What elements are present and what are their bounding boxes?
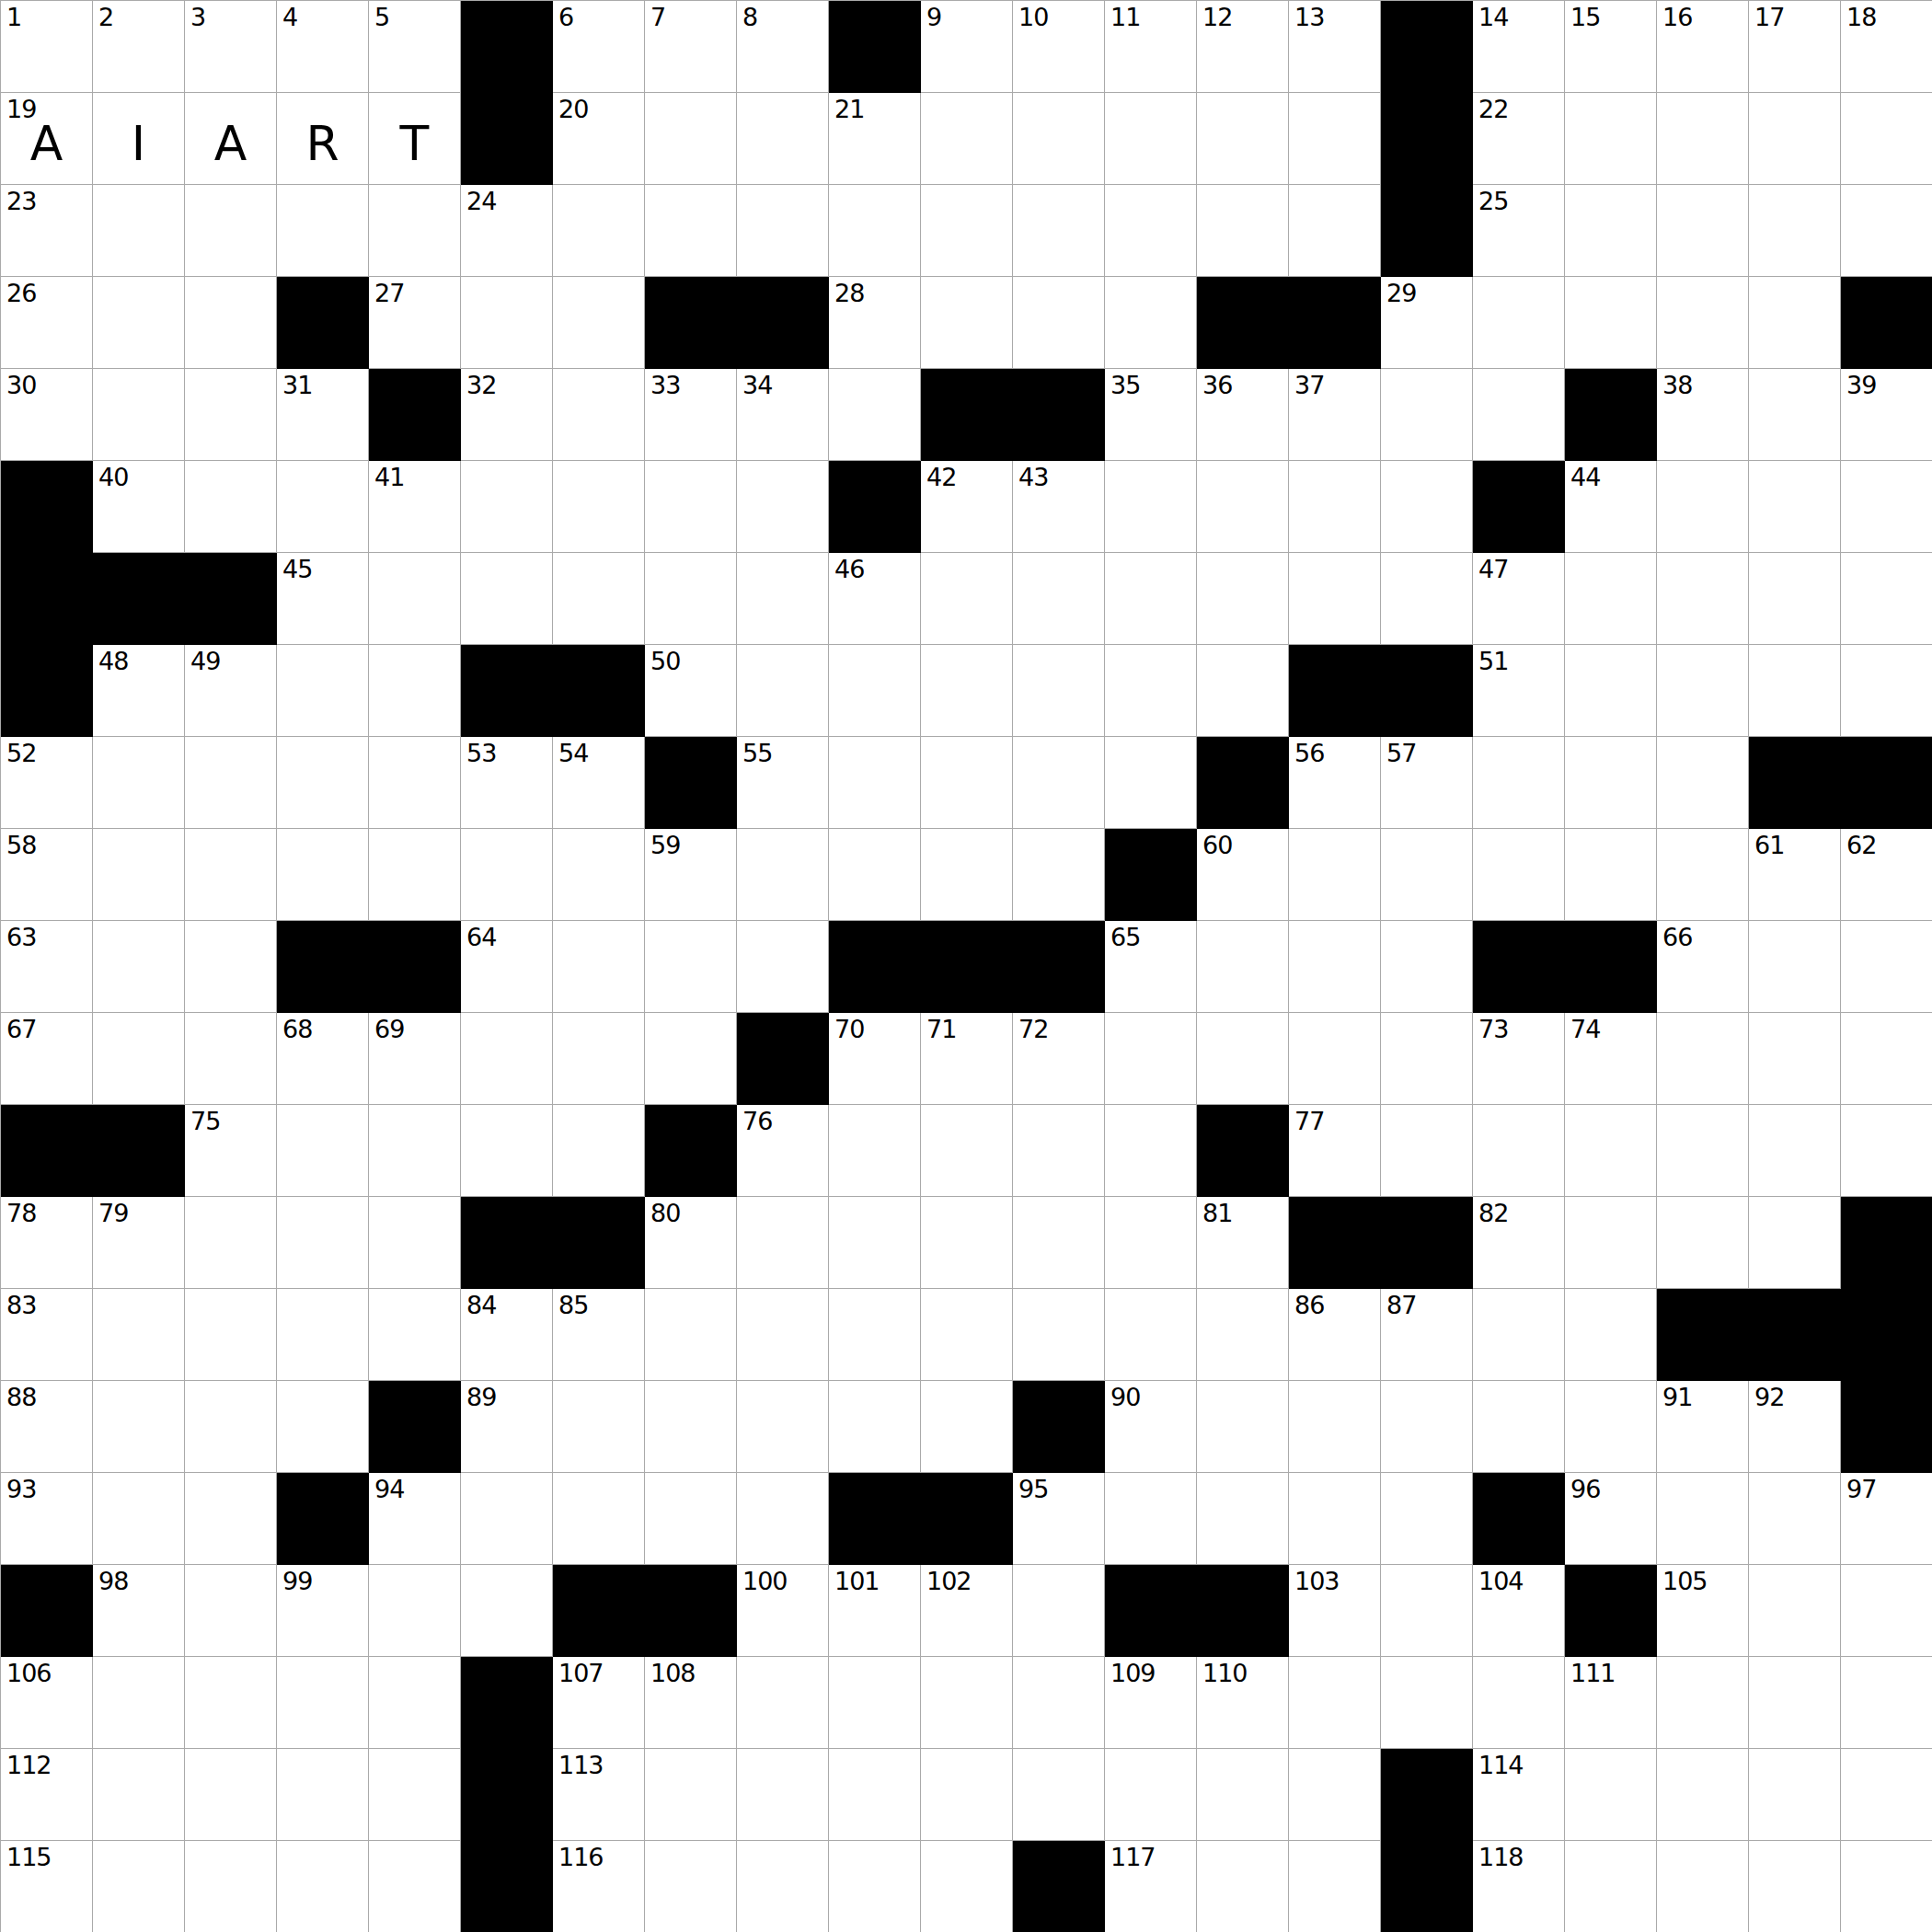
white-cell-r6c8[interactable] [645, 461, 737, 553]
white-cell-r15c5[interactable] [369, 1289, 461, 1381]
white-cell-r4c18[interactable] [1565, 277, 1657, 369]
white-cell-r17c16[interactable] [1381, 1473, 1473, 1565]
white-cell-r18c16[interactable] [1381, 1565, 1473, 1657]
white-cell-r8c21[interactable] [1841, 645, 1932, 737]
white-cell-r14c13[interactable] [1105, 1197, 1197, 1289]
white-cell-r10c5[interactable] [369, 829, 461, 921]
white-cell-r16c1[interactable]: 88 [1, 1381, 93, 1473]
white-cell-r1c18[interactable]: 15 [1565, 1, 1657, 93]
white-cell-r19c3[interactable] [185, 1657, 277, 1749]
white-cell-r9c17[interactable] [1473, 737, 1565, 829]
white-cell-r7c21[interactable] [1841, 553, 1932, 645]
white-cell-r12c1[interactable]: 67 [1, 1013, 93, 1105]
white-cell-r18c17[interactable]: 104 [1473, 1565, 1565, 1657]
white-cell-r19c19[interactable] [1657, 1657, 1749, 1749]
white-cell-r8c8[interactable]: 50 [645, 645, 737, 737]
white-cell-r11c3[interactable] [185, 921, 277, 1013]
white-cell-r16c7[interactable] [553, 1381, 645, 1473]
white-cell-r7c5[interactable] [369, 553, 461, 645]
white-cell-r15c3[interactable] [185, 1289, 277, 1381]
white-cell-r7c4[interactable]: 45 [277, 553, 369, 645]
white-cell-r19c4[interactable] [277, 1657, 369, 1749]
white-cell-r20c15[interactable] [1289, 1749, 1381, 1841]
white-cell-r11c7[interactable] [553, 921, 645, 1013]
white-cell-r20c19[interactable] [1657, 1749, 1749, 1841]
white-cell-r21c5[interactable] [369, 1841, 461, 1932]
white-cell-r11c13[interactable]: 65 [1105, 921, 1197, 1013]
white-cell-r12c7[interactable] [553, 1013, 645, 1105]
white-cell-r8c19[interactable] [1657, 645, 1749, 737]
white-cell-r4c16[interactable]: 29 [1381, 277, 1473, 369]
white-cell-r14c17[interactable]: 82 [1473, 1197, 1565, 1289]
white-cell-r19c11[interactable] [921, 1657, 1013, 1749]
white-cell-r7c13[interactable] [1105, 553, 1197, 645]
white-cell-r20c5[interactable] [369, 1749, 461, 1841]
white-cell-r13c19[interactable] [1657, 1105, 1749, 1197]
white-cell-r2c4[interactable]: R [277, 93, 369, 185]
white-cell-r19c9[interactable] [737, 1657, 829, 1749]
white-cell-r2c2[interactable]: I [93, 93, 185, 185]
white-cell-r12c11[interactable]: 71 [921, 1013, 1013, 1105]
white-cell-r4c5[interactable]: 27 [369, 277, 461, 369]
white-cell-r3c9[interactable] [737, 185, 829, 277]
white-cell-r17c13[interactable] [1105, 1473, 1197, 1565]
white-cell-r18c21[interactable] [1841, 1565, 1932, 1657]
white-cell-r17c12[interactable]: 95 [1013, 1473, 1105, 1565]
white-cell-r13c5[interactable] [369, 1105, 461, 1197]
white-cell-r11c21[interactable] [1841, 921, 1932, 1013]
white-cell-r3c2[interactable] [93, 185, 185, 277]
white-cell-r7c15[interactable] [1289, 553, 1381, 645]
white-cell-r19c1[interactable]: 106 [1, 1657, 93, 1749]
white-cell-r5c15[interactable]: 37 [1289, 369, 1381, 461]
white-cell-r6c6[interactable] [461, 461, 553, 553]
white-cell-r20c11[interactable] [921, 1749, 1013, 1841]
white-cell-r17c21[interactable]: 97 [1841, 1473, 1932, 1565]
white-cell-r18c11[interactable]: 102 [921, 1565, 1013, 1657]
white-cell-r16c6[interactable]: 89 [461, 1381, 553, 1473]
white-cell-r12c14[interactable] [1197, 1013, 1289, 1105]
white-cell-r9c15[interactable]: 56 [1289, 737, 1381, 829]
white-cell-r18c5[interactable] [369, 1565, 461, 1657]
white-cell-r16c10[interactable] [829, 1381, 921, 1473]
white-cell-r21c9[interactable] [737, 1841, 829, 1932]
white-cell-r6c14[interactable] [1197, 461, 1289, 553]
white-cell-r19c20[interactable] [1749, 1657, 1841, 1749]
white-cell-r17c14[interactable] [1197, 1473, 1289, 1565]
white-cell-r3c18[interactable] [1565, 185, 1657, 277]
white-cell-r13c13[interactable] [1105, 1105, 1197, 1197]
white-cell-r3c17[interactable]: 25 [1473, 185, 1565, 277]
white-cell-r14c3[interactable] [185, 1197, 277, 1289]
white-cell-r8c11[interactable] [921, 645, 1013, 737]
white-cell-r9c11[interactable] [921, 737, 1013, 829]
white-cell-r5c8[interactable]: 33 [645, 369, 737, 461]
white-cell-r10c14[interactable]: 60 [1197, 829, 1289, 921]
white-cell-r13c12[interactable] [1013, 1105, 1105, 1197]
white-cell-r21c17[interactable]: 118 [1473, 1841, 1565, 1932]
white-cell-r10c18[interactable] [1565, 829, 1657, 921]
white-cell-r3c19[interactable] [1657, 185, 1749, 277]
white-cell-r2c13[interactable] [1105, 93, 1197, 185]
white-cell-r1c20[interactable]: 17 [1749, 1, 1841, 93]
white-cell-r20c1[interactable]: 112 [1, 1749, 93, 1841]
white-cell-r21c21[interactable] [1841, 1841, 1932, 1932]
white-cell-r1c12[interactable]: 10 [1013, 1, 1105, 93]
white-cell-r21c15[interactable] [1289, 1841, 1381, 1932]
white-cell-r17c20[interactable] [1749, 1473, 1841, 1565]
white-cell-r2c18[interactable] [1565, 93, 1657, 185]
white-cell-r3c11[interactable] [921, 185, 1013, 277]
white-cell-r3c5[interactable] [369, 185, 461, 277]
white-cell-r2c19[interactable] [1657, 93, 1749, 185]
white-cell-r4c17[interactable] [1473, 277, 1565, 369]
white-cell-r21c14[interactable] [1197, 1841, 1289, 1932]
white-cell-r8c3[interactable]: 49 [185, 645, 277, 737]
white-cell-r7c7[interactable] [553, 553, 645, 645]
white-cell-r19c10[interactable] [829, 1657, 921, 1749]
white-cell-r7c20[interactable] [1749, 553, 1841, 645]
white-cell-r4c6[interactable] [461, 277, 553, 369]
white-cell-r11c9[interactable] [737, 921, 829, 1013]
white-cell-r7c8[interactable] [645, 553, 737, 645]
white-cell-r4c10[interactable]: 28 [829, 277, 921, 369]
white-cell-r6c19[interactable] [1657, 461, 1749, 553]
white-cell-r16c17[interactable] [1473, 1381, 1565, 1473]
white-cell-r1c21[interactable]: 18 [1841, 1, 1932, 93]
white-cell-r3c7[interactable] [553, 185, 645, 277]
white-cell-r15c16[interactable]: 87 [1381, 1289, 1473, 1381]
white-cell-r6c4[interactable] [277, 461, 369, 553]
white-cell-r7c9[interactable] [737, 553, 829, 645]
white-cell-r19c14[interactable]: 110 [1197, 1657, 1289, 1749]
white-cell-r3c3[interactable] [185, 185, 277, 277]
white-cell-r19c21[interactable] [1841, 1657, 1932, 1749]
white-cell-r7c17[interactable]: 47 [1473, 553, 1565, 645]
white-cell-r5c9[interactable]: 34 [737, 369, 829, 461]
white-cell-r3c13[interactable] [1105, 185, 1197, 277]
white-cell-r5c21[interactable]: 39 [1841, 369, 1932, 461]
white-cell-r19c5[interactable] [369, 1657, 461, 1749]
white-cell-r7c19[interactable] [1657, 553, 1749, 645]
white-cell-r2c12[interactable] [1013, 93, 1105, 185]
white-cell-r9c3[interactable] [185, 737, 277, 829]
white-cell-r15c10[interactable] [829, 1289, 921, 1381]
white-cell-r15c18[interactable] [1565, 1289, 1657, 1381]
white-cell-r16c13[interactable]: 90 [1105, 1381, 1197, 1473]
white-cell-r8c17[interactable]: 51 [1473, 645, 1565, 737]
white-cell-r5c17[interactable] [1473, 369, 1565, 461]
white-cell-r10c17[interactable] [1473, 829, 1565, 921]
white-cell-r17c9[interactable] [737, 1473, 829, 1565]
white-cell-r13c3[interactable]: 75 [185, 1105, 277, 1197]
white-cell-r2c3[interactable]: A [185, 93, 277, 185]
white-cell-r1c11[interactable]: 9 [921, 1, 1013, 93]
white-cell-r18c15[interactable]: 103 [1289, 1565, 1381, 1657]
white-cell-r21c4[interactable] [277, 1841, 369, 1932]
white-cell-r6c15[interactable] [1289, 461, 1381, 553]
white-cell-r11c16[interactable] [1381, 921, 1473, 1013]
white-cell-r15c9[interactable] [737, 1289, 829, 1381]
white-cell-r19c8[interactable]: 108 [645, 1657, 737, 1749]
white-cell-r17c7[interactable] [553, 1473, 645, 1565]
white-cell-r20c21[interactable] [1841, 1749, 1932, 1841]
white-cell-r18c9[interactable]: 100 [737, 1565, 829, 1657]
white-cell-r15c2[interactable] [93, 1289, 185, 1381]
white-cell-r20c9[interactable] [737, 1749, 829, 1841]
white-cell-r4c13[interactable] [1105, 277, 1197, 369]
white-cell-r3c1[interactable]: 23 [1, 185, 93, 277]
white-cell-r3c20[interactable] [1749, 185, 1841, 277]
white-cell-r20c8[interactable] [645, 1749, 737, 1841]
white-cell-r20c18[interactable] [1565, 1749, 1657, 1841]
white-cell-r6c18[interactable]: 44 [1565, 461, 1657, 553]
white-cell-r16c19[interactable]: 91 [1657, 1381, 1749, 1473]
white-cell-r15c14[interactable] [1197, 1289, 1289, 1381]
white-cell-r2c5[interactable]: T [369, 93, 461, 185]
white-cell-r4c1[interactable]: 26 [1, 277, 93, 369]
white-cell-r18c10[interactable]: 101 [829, 1565, 921, 1657]
white-cell-r14c18[interactable] [1565, 1197, 1657, 1289]
white-cell-r21c13[interactable]: 117 [1105, 1841, 1197, 1932]
white-cell-r20c3[interactable] [185, 1749, 277, 1841]
white-cell-r6c2[interactable]: 40 [93, 461, 185, 553]
white-cell-r13c7[interactable] [553, 1105, 645, 1197]
white-cell-r13c20[interactable] [1749, 1105, 1841, 1197]
white-cell-r12c10[interactable]: 70 [829, 1013, 921, 1105]
white-cell-r1c3[interactable]: 3 [185, 1, 277, 93]
white-cell-r9c6[interactable]: 53 [461, 737, 553, 829]
white-cell-r13c6[interactable] [461, 1105, 553, 1197]
white-cell-r5c10[interactable] [829, 369, 921, 461]
white-cell-r5c20[interactable] [1749, 369, 1841, 461]
white-cell-r6c11[interactable]: 42 [921, 461, 1013, 553]
white-cell-r8c20[interactable] [1749, 645, 1841, 737]
white-cell-r19c12[interactable] [1013, 1657, 1105, 1749]
white-cell-r21c7[interactable]: 116 [553, 1841, 645, 1932]
white-cell-r8c13[interactable] [1105, 645, 1197, 737]
white-cell-r13c18[interactable] [1565, 1105, 1657, 1197]
white-cell-r18c20[interactable] [1749, 1565, 1841, 1657]
white-cell-r1c13[interactable]: 11 [1105, 1, 1197, 93]
white-cell-r12c17[interactable]: 73 [1473, 1013, 1565, 1105]
white-cell-r16c11[interactable] [921, 1381, 1013, 1473]
white-cell-r1c14[interactable]: 12 [1197, 1, 1289, 93]
white-cell-r10c8[interactable]: 59 [645, 829, 737, 921]
white-cell-r3c6[interactable]: 24 [461, 185, 553, 277]
white-cell-r10c7[interactable] [553, 829, 645, 921]
white-cell-r1c5[interactable]: 5 [369, 1, 461, 93]
white-cell-r14c11[interactable] [921, 1197, 1013, 1289]
white-cell-r2c11[interactable] [921, 93, 1013, 185]
white-cell-r1c17[interactable]: 14 [1473, 1, 1565, 93]
white-cell-r7c16[interactable] [1381, 553, 1473, 645]
white-cell-r1c9[interactable]: 8 [737, 1, 829, 93]
white-cell-r6c3[interactable] [185, 461, 277, 553]
white-cell-r2c20[interactable] [1749, 93, 1841, 185]
white-cell-r13c9[interactable]: 76 [737, 1105, 829, 1197]
white-cell-r3c21[interactable] [1841, 185, 1932, 277]
white-cell-r5c1[interactable]: 30 [1, 369, 93, 461]
white-cell-r13c17[interactable] [1473, 1105, 1565, 1197]
white-cell-r12c18[interactable]: 74 [1565, 1013, 1657, 1105]
white-cell-r11c14[interactable] [1197, 921, 1289, 1013]
white-cell-r2c14[interactable] [1197, 93, 1289, 185]
white-cell-r14c12[interactable] [1013, 1197, 1105, 1289]
white-cell-r18c6[interactable] [461, 1565, 553, 1657]
white-cell-r10c11[interactable] [921, 829, 1013, 921]
white-cell-r13c4[interactable] [277, 1105, 369, 1197]
white-cell-r8c18[interactable] [1565, 645, 1657, 737]
white-cell-r19c16[interactable] [1381, 1657, 1473, 1749]
white-cell-r15c17[interactable] [1473, 1289, 1565, 1381]
white-cell-r14c2[interactable]: 79 [93, 1197, 185, 1289]
white-cell-r4c7[interactable] [553, 277, 645, 369]
white-cell-r9c16[interactable]: 57 [1381, 737, 1473, 829]
white-cell-r10c16[interactable] [1381, 829, 1473, 921]
white-cell-r10c21[interactable]: 62 [1841, 829, 1932, 921]
white-cell-r3c10[interactable] [829, 185, 921, 277]
white-cell-r12c4[interactable]: 68 [277, 1013, 369, 1105]
white-cell-r12c21[interactable] [1841, 1013, 1932, 1105]
white-cell-r6c9[interactable] [737, 461, 829, 553]
white-cell-r15c11[interactable] [921, 1289, 1013, 1381]
white-cell-r6c5[interactable]: 41 [369, 461, 461, 553]
white-cell-r10c15[interactable] [1289, 829, 1381, 921]
white-cell-r8c4[interactable] [277, 645, 369, 737]
white-cell-r9c2[interactable] [93, 737, 185, 829]
white-cell-r17c18[interactable]: 96 [1565, 1473, 1657, 1565]
white-cell-r18c12[interactable] [1013, 1565, 1105, 1657]
white-cell-r13c21[interactable] [1841, 1105, 1932, 1197]
white-cell-r5c2[interactable] [93, 369, 185, 461]
white-cell-r16c9[interactable] [737, 1381, 829, 1473]
white-cell-r10c6[interactable] [461, 829, 553, 921]
white-cell-r5c7[interactable] [553, 369, 645, 461]
white-cell-r4c2[interactable] [93, 277, 185, 369]
white-cell-r12c13[interactable] [1105, 1013, 1197, 1105]
white-cell-r18c2[interactable]: 98 [93, 1565, 185, 1657]
white-cell-r21c19[interactable] [1657, 1841, 1749, 1932]
white-cell-r21c20[interactable] [1749, 1841, 1841, 1932]
white-cell-r21c18[interactable] [1565, 1841, 1657, 1932]
white-cell-r13c15[interactable]: 77 [1289, 1105, 1381, 1197]
white-cell-r7c14[interactable] [1197, 553, 1289, 645]
white-cell-r7c12[interactable] [1013, 553, 1105, 645]
white-cell-r15c4[interactable] [277, 1289, 369, 1381]
white-cell-r2c21[interactable] [1841, 93, 1932, 185]
white-cell-r17c1[interactable]: 93 [1, 1473, 93, 1565]
white-cell-r7c18[interactable] [1565, 553, 1657, 645]
white-cell-r8c12[interactable] [1013, 645, 1105, 737]
white-cell-r9c7[interactable]: 54 [553, 737, 645, 829]
white-cell-r2c7[interactable]: 20 [553, 93, 645, 185]
white-cell-r10c2[interactable] [93, 829, 185, 921]
white-cell-r10c4[interactable] [277, 829, 369, 921]
white-cell-r3c12[interactable] [1013, 185, 1105, 277]
white-cell-r21c8[interactable] [645, 1841, 737, 1932]
white-cell-r9c19[interactable] [1657, 737, 1749, 829]
white-cell-r11c19[interactable]: 66 [1657, 921, 1749, 1013]
white-cell-r1c19[interactable]: 16 [1657, 1, 1749, 93]
white-cell-r2c8[interactable] [645, 93, 737, 185]
white-cell-r6c7[interactable] [553, 461, 645, 553]
white-cell-r12c5[interactable]: 69 [369, 1013, 461, 1105]
white-cell-r9c18[interactable] [1565, 737, 1657, 829]
white-cell-r20c17[interactable]: 114 [1473, 1749, 1565, 1841]
white-cell-r5c19[interactable]: 38 [1657, 369, 1749, 461]
white-cell-r16c3[interactable] [185, 1381, 277, 1473]
white-cell-r8c14[interactable] [1197, 645, 1289, 737]
white-cell-r18c3[interactable] [185, 1565, 277, 1657]
white-cell-r14c9[interactable] [737, 1197, 829, 1289]
white-cell-r5c6[interactable]: 32 [461, 369, 553, 461]
white-cell-r15c15[interactable]: 86 [1289, 1289, 1381, 1381]
white-cell-r7c10[interactable]: 46 [829, 553, 921, 645]
white-cell-r2c1[interactable]: 19A [1, 93, 93, 185]
white-cell-r12c20[interactable] [1749, 1013, 1841, 1105]
white-cell-r10c20[interactable]: 61 [1749, 829, 1841, 921]
white-cell-r11c2[interactable] [93, 921, 185, 1013]
white-cell-r20c12[interactable] [1013, 1749, 1105, 1841]
white-cell-r9c13[interactable] [1105, 737, 1197, 829]
white-cell-r15c6[interactable]: 84 [461, 1289, 553, 1381]
white-cell-r14c20[interactable] [1749, 1197, 1841, 1289]
white-cell-r10c19[interactable] [1657, 829, 1749, 921]
white-cell-r4c19[interactable] [1657, 277, 1749, 369]
white-cell-r17c3[interactable] [185, 1473, 277, 1565]
white-cell-r2c9[interactable] [737, 93, 829, 185]
white-cell-r19c18[interactable]: 111 [1565, 1657, 1657, 1749]
white-cell-r11c8[interactable] [645, 921, 737, 1013]
white-cell-r19c17[interactable] [1473, 1657, 1565, 1749]
white-cell-r11c1[interactable]: 63 [1, 921, 93, 1013]
white-cell-r12c3[interactable] [185, 1013, 277, 1105]
white-cell-r16c15[interactable] [1289, 1381, 1381, 1473]
white-cell-r16c14[interactable] [1197, 1381, 1289, 1473]
white-cell-r1c15[interactable]: 13 [1289, 1, 1381, 93]
white-cell-r17c8[interactable] [645, 1473, 737, 1565]
white-cell-r5c4[interactable]: 31 [277, 369, 369, 461]
white-cell-r17c19[interactable] [1657, 1473, 1749, 1565]
white-cell-r9c12[interactable] [1013, 737, 1105, 829]
white-cell-r12c6[interactable] [461, 1013, 553, 1105]
white-cell-r15c8[interactable] [645, 1289, 737, 1381]
white-cell-r19c2[interactable] [93, 1657, 185, 1749]
white-cell-r17c2[interactable] [93, 1473, 185, 1565]
white-cell-r10c1[interactable]: 58 [1, 829, 93, 921]
white-cell-r3c4[interactable] [277, 185, 369, 277]
white-cell-r10c9[interactable] [737, 829, 829, 921]
white-cell-r16c18[interactable] [1565, 1381, 1657, 1473]
white-cell-r6c20[interactable] [1749, 461, 1841, 553]
white-cell-r7c11[interactable] [921, 553, 1013, 645]
white-cell-r14c5[interactable] [369, 1197, 461, 1289]
white-cell-r1c2[interactable]: 2 [93, 1, 185, 93]
white-cell-r9c9[interactable]: 55 [737, 737, 829, 829]
white-cell-r12c12[interactable]: 72 [1013, 1013, 1105, 1105]
white-cell-r3c15[interactable] [1289, 185, 1381, 277]
white-cell-r14c10[interactable] [829, 1197, 921, 1289]
white-cell-r16c20[interactable]: 92 [1749, 1381, 1841, 1473]
white-cell-r19c15[interactable] [1289, 1657, 1381, 1749]
white-cell-r4c20[interactable] [1749, 277, 1841, 369]
white-cell-r5c14[interactable]: 36 [1197, 369, 1289, 461]
white-cell-r5c3[interactable] [185, 369, 277, 461]
white-cell-r21c3[interactable] [185, 1841, 277, 1932]
white-cell-r11c15[interactable] [1289, 921, 1381, 1013]
white-cell-r14c19[interactable] [1657, 1197, 1749, 1289]
